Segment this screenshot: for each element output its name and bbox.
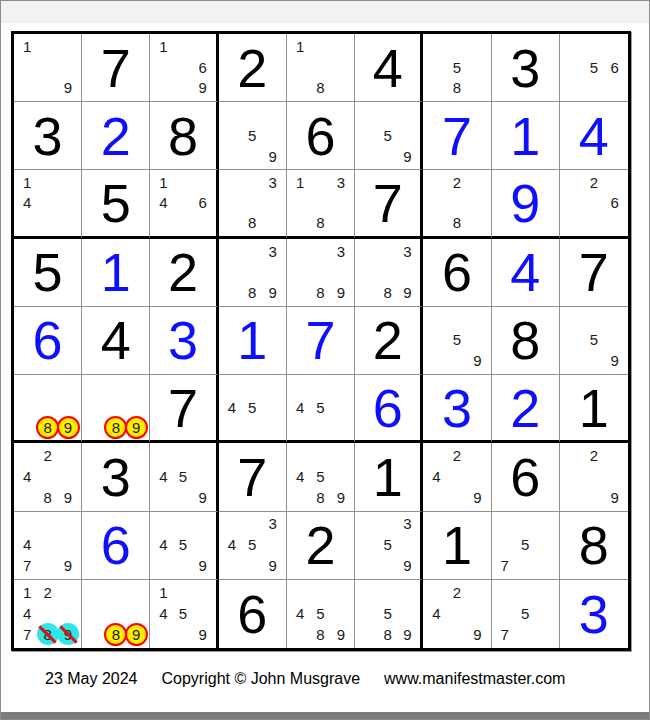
cell-r1c8[interactable]: 3 [492, 34, 560, 102]
candidate-8-circled-yellow: 8 [106, 624, 126, 645]
pencil-marks: 58 [423, 34, 490, 101]
pencil-marks: 138 [287, 170, 354, 235]
candidate-4: 4 [426, 466, 446, 487]
candidate-4: 4 [222, 534, 242, 555]
cell-r7c4[interactable]: 7 [219, 443, 287, 511]
candidate-4: 4 [17, 534, 37, 555]
cell-r9c3[interactable]: 1459 [150, 580, 218, 648]
candidate-4: 4 [153, 534, 173, 555]
pencil-marks: 26 [560, 170, 628, 235]
pencil-marks: 4589 [287, 580, 354, 648]
pencil-marks: 28 [423, 170, 490, 235]
candidate-4: 4 [153, 193, 173, 213]
candidate-8: 8 [447, 77, 467, 98]
candidate-4: 4 [17, 466, 37, 487]
candidate-2: 2 [584, 445, 605, 466]
cell-r1c9[interactable]: 56 [560, 34, 628, 102]
solved-digit: 7 [305, 313, 335, 367]
candidate-4: 4 [290, 397, 310, 417]
cell-r7c7[interactable]: 249 [423, 443, 491, 511]
given-digit: 5 [101, 176, 131, 230]
cell-r4c1[interactable]: 5 [14, 239, 82, 307]
cell-r8c4[interactable]: 3459 [219, 512, 287, 580]
cell-r8c2[interactable]: 6 [82, 512, 150, 580]
candidate-3: 3 [262, 241, 282, 262]
candidate-2: 2 [447, 445, 467, 466]
candidate-9: 9 [398, 555, 418, 576]
candidate-4: 4 [290, 603, 310, 624]
solved-digit: 4 [579, 109, 609, 163]
given-digit: 7 [101, 41, 131, 95]
cell-r1c3[interactable]: 169 [150, 34, 218, 102]
footer-website: www.manifestmaster.com [384, 670, 565, 688]
candidate-9: 9 [262, 146, 282, 167]
cell-r9c4[interactable]: 6 [219, 580, 287, 648]
cell-r8c6[interactable]: 359 [355, 512, 423, 580]
candidate-5: 5 [515, 603, 535, 624]
given-digit: 6 [305, 109, 335, 163]
cell-r4c5[interactable]: 389 [287, 239, 355, 307]
candidate-5: 5 [173, 466, 193, 487]
candidate-9: 9 [467, 350, 487, 371]
candidate-5: 5 [378, 534, 398, 555]
pencil-marks: 59 [219, 102, 286, 169]
pencil-marks: 19 [14, 34, 81, 101]
pencil-marks: 59 [560, 307, 628, 374]
candidate-8-circled-yellow: 8 [106, 417, 126, 437]
candidate-9: 9 [262, 282, 282, 303]
solved-digit: 6 [33, 313, 63, 367]
cell-r2c6[interactable]: 59 [355, 102, 423, 170]
candidate-9: 9 [467, 624, 487, 645]
cell-r8c1[interactable]: 479 [14, 512, 82, 580]
candidate-8: 8 [310, 213, 330, 233]
candidate-9: 9 [398, 146, 418, 167]
pencil-marks: 29 [560, 443, 628, 510]
given-digit: 7 [237, 450, 267, 504]
candidate-9: 9 [193, 555, 213, 576]
candidate-5: 5 [447, 330, 467, 351]
candidate-7: 7 [17, 555, 37, 576]
cell-r3c3[interactable]: 146 [150, 170, 218, 238]
cell-r7c8[interactable]: 6 [492, 443, 560, 511]
candidate-9: 9 [262, 555, 282, 576]
candidate-6: 6 [604, 193, 625, 213]
candidate-5: 5 [447, 57, 467, 78]
candidate-8: 8 [310, 624, 330, 645]
cell-r1c5[interactable]: 18 [287, 34, 355, 102]
candidate-3: 3 [262, 514, 282, 535]
pencil-marks: 1459 [150, 580, 215, 648]
cell-r9c1[interactable]: 124789 [14, 580, 82, 648]
cell-r3c6[interactable]: 7 [355, 170, 423, 238]
candidate-8: 8 [310, 282, 330, 303]
cell-r7c6[interactable]: 1 [355, 443, 423, 511]
pencil-marks: 59 [423, 307, 490, 374]
footer-copyright: Copyright © John Musgrave [162, 670, 361, 688]
solved-digit: 1 [237, 313, 267, 367]
cell-r1c7[interactable]: 58 [423, 34, 491, 102]
solved-digit: 1 [101, 245, 131, 299]
pencil-marks: 45 [287, 375, 354, 440]
cell-r4c9[interactable]: 7 [560, 239, 628, 307]
candidate-1: 1 [153, 582, 173, 603]
cell-r5c2[interactable]: 4 [82, 307, 150, 375]
pencil-marks: 89 [82, 580, 149, 648]
cell-r6c3[interactable]: 7 [150, 375, 218, 443]
candidate-4: 4 [153, 603, 173, 624]
sudoku-board: 1971692184583563285965971414514638138728… [11, 31, 631, 651]
candidate-9: 9 [58, 77, 78, 98]
cell-r6c9[interactable]: 1 [560, 375, 628, 443]
cell-r2c8[interactable]: 1 [492, 102, 560, 170]
cell-r6c1[interactable]: 89 [14, 375, 82, 443]
cell-r1c6[interactable]: 4 [355, 34, 423, 102]
pencil-marks: 56 [560, 34, 628, 101]
cell-r4c7[interactable]: 6 [423, 239, 491, 307]
cell-r8c7[interactable]: 1 [423, 512, 491, 580]
given-digit: 8 [579, 518, 609, 572]
pencil-marks: 57 [492, 580, 559, 648]
solved-digit: 2 [510, 381, 540, 435]
candidate-7: 7 [495, 624, 515, 645]
candidate-6: 6 [193, 193, 213, 213]
given-digit: 2 [237, 41, 267, 95]
window-bottom-edge [1, 712, 649, 719]
cell-r2c1[interactable]: 3 [14, 102, 82, 170]
cell-r3c9[interactable]: 26 [560, 170, 628, 238]
solved-digit: 3 [442, 381, 472, 435]
candidate-9: 9 [331, 624, 351, 645]
cell-r8c3[interactable]: 459 [150, 512, 218, 580]
candidate-8: 8 [310, 487, 330, 508]
cell-r9c7[interactable]: 249 [423, 580, 491, 648]
given-digit: 3 [101, 450, 131, 504]
candidate-4: 4 [17, 603, 37, 624]
solved-digit: 6 [101, 518, 131, 572]
cell-r6c2[interactable]: 89 [82, 375, 150, 443]
pencil-marks: 459 [150, 443, 215, 510]
cell-r5c1[interactable]: 6 [14, 307, 82, 375]
given-digit: 2 [373, 313, 403, 367]
cell-r2c2[interactable]: 2 [82, 102, 150, 170]
given-digit: 6 [237, 587, 267, 641]
window-top-strip [1, 1, 649, 23]
given-digit: 4 [373, 41, 403, 95]
candidate-9: 9 [467, 487, 487, 508]
candidate-3: 3 [331, 172, 351, 192]
candidate-9: 9 [604, 350, 625, 371]
cell-r8c5[interactable]: 2 [287, 512, 355, 580]
cell-r7c9[interactable]: 29 [560, 443, 628, 511]
candidate-7: 7 [17, 624, 37, 645]
candidate-9: 9 [398, 624, 418, 645]
given-digit: 5 [33, 245, 63, 299]
candidate-1: 1 [290, 36, 310, 57]
candidate-2: 2 [584, 172, 605, 192]
candidate-9: 9 [58, 555, 78, 576]
cell-r6c5[interactable]: 45 [287, 375, 355, 443]
candidate-8-circled-cyan-crossed: 8 [37, 624, 57, 645]
pencil-marks: 459 [150, 512, 215, 579]
candidate-1: 1 [290, 172, 310, 192]
solved-digit: 4 [510, 245, 540, 299]
cell-r3c1[interactable]: 14 [14, 170, 82, 238]
candidate-9: 9 [58, 487, 78, 508]
given-digit: 1 [579, 381, 609, 435]
cell-r9c8[interactable]: 57 [492, 580, 560, 648]
given-digit: 1 [373, 450, 403, 504]
cell-r4c2[interactable]: 1 [82, 239, 150, 307]
candidate-6: 6 [193, 57, 213, 78]
given-digit: 7 [579, 245, 609, 299]
given-digit: 1 [442, 518, 472, 572]
cell-r3c5[interactable]: 138 [287, 170, 355, 238]
given-digit: 7 [168, 381, 198, 435]
cell-r5c5[interactable]: 7 [287, 307, 355, 375]
pencil-marks: 389 [219, 239, 286, 306]
candidate-5: 5 [173, 534, 193, 555]
pencil-marks: 4589 [287, 443, 354, 510]
candidate-5: 5 [310, 466, 330, 487]
pencil-marks: 14 [14, 170, 81, 235]
candidate-8: 8 [310, 77, 330, 98]
cell-r1c1[interactable]: 19 [14, 34, 82, 102]
candidate-8: 8 [447, 213, 467, 233]
given-digit: 3 [33, 109, 63, 163]
pencil-marks: 249 [423, 443, 490, 510]
cell-r9c5[interactable]: 4589 [287, 580, 355, 648]
given-digit: 8 [510, 313, 540, 367]
candidate-4: 4 [222, 397, 242, 417]
cell-r5c6[interactable]: 2 [355, 307, 423, 375]
pencil-marks: 89 [82, 375, 149, 440]
given-digit: 2 [168, 245, 198, 299]
given-digit: 8 [168, 109, 198, 163]
candidate-8: 8 [378, 282, 398, 303]
candidate-9: 9 [398, 282, 418, 303]
pencil-marks: 38 [219, 170, 286, 235]
cell-r3c4[interactable]: 38 [219, 170, 287, 238]
candidate-2: 2 [447, 172, 467, 192]
cell-r7c1[interactable]: 2489 [14, 443, 82, 511]
pencil-marks: 169 [150, 34, 215, 101]
cell-r6c4[interactable]: 45 [219, 375, 287, 443]
pencil-marks: 45 [219, 375, 286, 440]
footer-date: 23 May 2024 [45, 670, 138, 688]
cell-r9c6[interactable]: 589 [355, 580, 423, 648]
cell-r2c5[interactable]: 6 [287, 102, 355, 170]
candidate-2: 2 [37, 445, 57, 466]
candidate-9-circled-yellow: 9 [126, 624, 146, 645]
candidate-1: 1 [17, 172, 37, 192]
candidate-9-circled-yellow: 9 [58, 417, 78, 437]
pencil-marks: 2489 [14, 443, 81, 510]
cell-r3c2[interactable]: 5 [82, 170, 150, 238]
candidate-9: 9 [604, 487, 625, 508]
cell-r1c2[interactable]: 7 [82, 34, 150, 102]
pencil-marks: 18 [287, 34, 354, 101]
cell-r2c3[interactable]: 8 [150, 102, 218, 170]
solved-digit: 2 [101, 109, 131, 163]
pencil-marks: 589 [355, 580, 420, 648]
cell-r4c3[interactable]: 2 [150, 239, 218, 307]
candidate-1: 1 [17, 36, 37, 57]
candidate-2: 2 [447, 582, 467, 603]
pencil-marks: 389 [287, 239, 354, 306]
candidate-8: 8 [242, 282, 262, 303]
candidate-4: 4 [290, 466, 310, 487]
candidate-8-circled-yellow: 8 [37, 417, 57, 437]
solved-digit: 3 [579, 587, 609, 641]
candidate-3: 3 [331, 241, 351, 262]
candidate-9-circled-cyan-crossed: 9 [58, 624, 78, 645]
candidate-5: 5 [584, 57, 605, 78]
candidate-4: 4 [153, 466, 173, 487]
cell-r2c9[interactable]: 4 [560, 102, 628, 170]
pencil-marks: 89 [14, 375, 81, 440]
cell-r7c5[interactable]: 4589 [287, 443, 355, 511]
candidate-5: 5 [242, 397, 262, 417]
candidate-2: 2 [37, 582, 57, 603]
candidate-4: 4 [17, 193, 37, 213]
cell-r7c3[interactable]: 459 [150, 443, 218, 511]
cell-r1c4[interactable]: 2 [219, 34, 287, 102]
solved-digit: 3 [168, 313, 198, 367]
cell-r3c8[interactable]: 9 [492, 170, 560, 238]
candidate-8: 8 [242, 213, 262, 233]
candidate-3: 3 [262, 172, 282, 192]
candidate-6: 6 [604, 57, 625, 78]
cell-r5c7[interactable]: 59 [423, 307, 491, 375]
cell-r4c4[interactable]: 389 [219, 239, 287, 307]
solved-digit: 6 [373, 381, 403, 435]
cell-r5c8[interactable]: 8 [492, 307, 560, 375]
cell-r8c9[interactable]: 8 [560, 512, 628, 580]
cell-r5c9[interactable]: 59 [560, 307, 628, 375]
pencil-marks: 249 [423, 580, 490, 648]
cell-r9c2[interactable]: 89 [82, 580, 150, 648]
pencil-marks: 124789 [14, 580, 81, 648]
pencil-marks: 57 [492, 512, 559, 579]
cell-r4c8[interactable]: 4 [492, 239, 560, 307]
candidate-5: 5 [584, 330, 605, 351]
cell-r6c8[interactable]: 2 [492, 375, 560, 443]
candidate-9-circled-yellow: 9 [126, 417, 146, 437]
candidate-7: 7 [495, 555, 515, 576]
solved-digit: 1 [510, 109, 540, 163]
pencil-marks: 359 [355, 512, 420, 579]
cell-r5c4[interactable]: 1 [219, 307, 287, 375]
candidate-5: 5 [173, 603, 193, 624]
candidate-9: 9 [193, 77, 213, 98]
cell-r2c4[interactable]: 59 [219, 102, 287, 170]
cell-r3c7[interactable]: 28 [423, 170, 491, 238]
candidate-9: 9 [193, 487, 213, 508]
candidate-3: 3 [398, 241, 418, 262]
candidate-5: 5 [515, 534, 535, 555]
pencil-marks: 479 [14, 512, 81, 579]
candidate-9: 9 [331, 282, 351, 303]
candidate-5: 5 [378, 125, 398, 146]
given-digit: 3 [510, 41, 540, 95]
footer: 23 May 2024 Copyright © John Musgrave ww… [45, 670, 565, 688]
candidate-1: 1 [17, 582, 37, 603]
cell-r5c3[interactable]: 3 [150, 307, 218, 375]
given-digit: 4 [101, 313, 131, 367]
given-digit: 6 [442, 245, 472, 299]
cell-r9c9[interactable]: 3 [560, 580, 628, 648]
candidate-4: 4 [426, 603, 446, 624]
cell-r2c7[interactable]: 7 [423, 102, 491, 170]
cell-r6c6[interactable]: 6 [355, 375, 423, 443]
candidate-5: 5 [242, 534, 262, 555]
pencil-marks: 146 [150, 170, 215, 235]
candidate-5: 5 [378, 603, 398, 624]
candidate-9: 9 [331, 487, 351, 508]
candidate-1: 1 [153, 172, 173, 192]
pencil-marks: 3459 [219, 512, 286, 579]
cell-r7c2[interactable]: 3 [82, 443, 150, 511]
pencil-marks: 389 [355, 239, 420, 306]
candidate-5: 5 [310, 397, 330, 417]
solved-digit: 7 [442, 109, 472, 163]
candidate-3: 3 [398, 514, 418, 535]
given-digit: 6 [510, 450, 540, 504]
candidate-8: 8 [37, 487, 57, 508]
candidate-8: 8 [378, 624, 398, 645]
candidate-1: 1 [153, 36, 173, 57]
solved-digit: 9 [510, 176, 540, 230]
cell-r6c7[interactable]: 3 [423, 375, 491, 443]
given-digit: 7 [373, 176, 403, 230]
given-digit: 2 [305, 518, 335, 572]
cell-r8c8[interactable]: 57 [492, 512, 560, 580]
candidate-9: 9 [193, 624, 213, 645]
cell-r4c6[interactable]: 389 [355, 239, 423, 307]
candidate-5: 5 [310, 603, 330, 624]
candidate-5: 5 [242, 125, 262, 146]
pencil-marks: 59 [355, 102, 420, 169]
page: 1971692184583563285965971414514638138728… [0, 0, 650, 720]
